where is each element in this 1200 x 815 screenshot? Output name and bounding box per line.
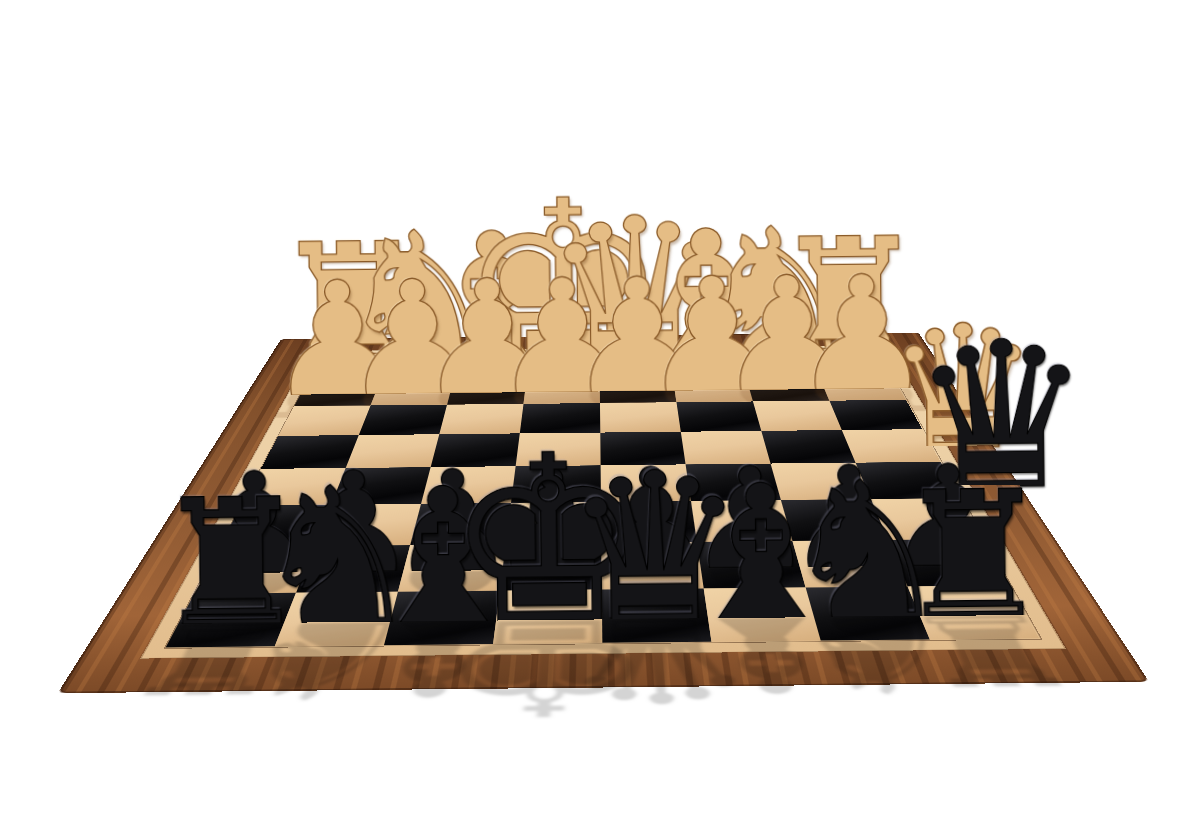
chess-board-3d: ♜♜♞♞♝♝♚♚♛♛♝♝♞♞♜♜♟♟♟♟♟♟♟♟♟♟♟♟♟♟♟♟♟♟♟♟♟♟♟♟…	[58, 333, 1150, 694]
square-b3[interactable]	[753, 401, 842, 431]
board-tilt-wrapper: ♜♜♞♞♝♝♚♚♛♛♝♝♞♞♜♜♟♟♟♟♟♟♟♟♟♟♟♟♟♟♟♟♟♟♟♟♟♟♟♟…	[0, 0, 1200, 815]
piece-reflection: ♜	[890, 602, 1101, 700]
photo-background: ♜♜♞♞♝♝♚♚♛♛♝♝♞♞♜♜♟♟♟♟♟♟♟♟♟♟♟♟♟♟♟♟♟♟♟♟♟♟♟♟…	[0, 0, 1200, 815]
square-a8[interactable]: ♜♜	[908, 585, 1039, 639]
board-frame: ♜♜♞♞♝♝♚♚♛♛♝♝♞♞♜♜♟♟♟♟♟♟♟♟♟♟♟♟♟♟♟♟♟♟♟♟♟♟♟♟…	[58, 333, 1150, 694]
square-h3[interactable]	[278, 405, 370, 435]
square-g3[interactable]	[359, 405, 447, 435]
